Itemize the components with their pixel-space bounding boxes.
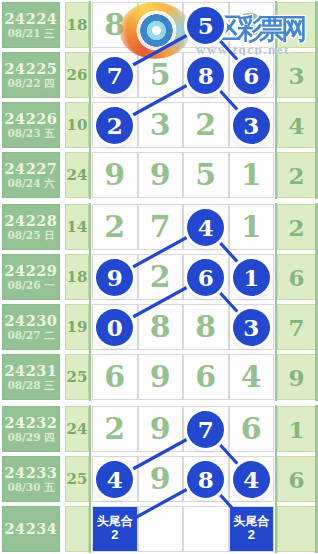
issue-number: 24227 bbox=[5, 161, 58, 176]
digit-cell: 8 bbox=[138, 304, 184, 350]
digit-cell: 9 bbox=[138, 354, 184, 400]
issue-cell: 2422408/21 三 bbox=[2, 2, 60, 48]
digit-cell: 4 bbox=[183, 204, 229, 250]
right-stat-cell: 2 bbox=[277, 152, 316, 198]
issue-number: 24233 bbox=[5, 465, 58, 480]
circled-digit: 3 bbox=[233, 309, 270, 346]
block-border bbox=[315, 203, 318, 401]
block-border bbox=[275, 405, 277, 553]
circled-digit: 4 bbox=[187, 209, 224, 246]
digit-cell: 2 bbox=[92, 204, 138, 250]
issue-number: 24224 bbox=[5, 11, 58, 26]
digit: 8 bbox=[150, 312, 171, 342]
digit: 1 bbox=[241, 160, 262, 190]
block-border bbox=[89, 405, 91, 553]
digit: 7 bbox=[150, 212, 171, 242]
digit: 4 bbox=[241, 362, 262, 392]
issue-cell: 2423208/29 四 bbox=[2, 406, 60, 452]
right-stat-cell: 3 bbox=[277, 52, 316, 98]
digit-cell: 9 bbox=[92, 254, 138, 300]
issue-date: 08/21 三 bbox=[7, 28, 54, 39]
issue-number: 24225 bbox=[5, 61, 58, 76]
circled-digit: 1 bbox=[233, 259, 270, 296]
sum-cell: 19 bbox=[65, 304, 89, 350]
issue-date: 08/24 六 bbox=[7, 178, 54, 189]
issue-number: 24230 bbox=[5, 313, 58, 328]
sum-cell: 24 bbox=[65, 152, 89, 198]
head-tail-sum-label: 头尾合 bbox=[97, 515, 133, 529]
issue-number: 24231 bbox=[5, 363, 58, 378]
right-stat-cell: 1 bbox=[277, 406, 316, 452]
digit: 6 bbox=[104, 362, 125, 392]
circled-digit: 4 bbox=[96, 461, 133, 498]
issue-cell: 2423008/27 二 bbox=[2, 304, 60, 350]
digit: 9 bbox=[150, 362, 171, 392]
issue-date: 08/22 四 bbox=[7, 78, 54, 89]
digit-cell bbox=[183, 506, 229, 552]
digit: 9 bbox=[150, 160, 171, 190]
block-border bbox=[315, 405, 318, 553]
digit-cell: 4 bbox=[229, 456, 275, 502]
circled-digit: 9 bbox=[96, 259, 133, 296]
issue-date: 08/29 四 bbox=[7, 432, 54, 443]
issue-number: 24226 bbox=[5, 111, 58, 126]
digit: 6 bbox=[241, 414, 262, 444]
digit-cell: 2 bbox=[92, 406, 138, 452]
digit-cell: 0 bbox=[92, 304, 138, 350]
issue-cell: 2422608/23 五 bbox=[2, 102, 60, 148]
right-stat-cell: 7 bbox=[277, 304, 316, 350]
issue-cell: 24234 bbox=[2, 506, 60, 552]
digit-cell: 8 bbox=[183, 456, 229, 502]
digit: 8 bbox=[195, 312, 216, 342]
site-url-watermark: www.tqcp.net bbox=[196, 42, 290, 58]
issue-date: 08/27 二 bbox=[7, 330, 54, 341]
digit: 2 bbox=[104, 414, 125, 444]
digit-cell: 2 bbox=[92, 102, 138, 148]
circled-digit: 8 bbox=[187, 461, 224, 498]
digit: 3 bbox=[150, 110, 171, 140]
circled-digit: 3 bbox=[233, 107, 270, 144]
right-stat-cell: 6 bbox=[277, 456, 316, 502]
digit: 1 bbox=[241, 212, 262, 242]
digit-cell: 6 bbox=[229, 52, 275, 98]
digit: 2 bbox=[195, 110, 216, 140]
digit-cell: 5 bbox=[183, 152, 229, 198]
lottery-trend-chart: 特区彩票网 www.tqcp.net 2422408/21 三188352242… bbox=[0, 0, 318, 554]
right-stat-cell: 4 bbox=[277, 102, 316, 148]
digit-cell: 4 bbox=[92, 456, 138, 502]
digit-cell: 头尾合2 bbox=[92, 506, 138, 552]
digit-cell: 6 bbox=[183, 254, 229, 300]
circled-digit: 4 bbox=[233, 461, 270, 498]
head-tail-sum-label: 头尾合 bbox=[233, 515, 269, 529]
digit-cell: 2 bbox=[183, 102, 229, 148]
circled-digit: 5 bbox=[187, 7, 224, 44]
issue-date: 08/25 日 bbox=[7, 230, 54, 241]
sum-cell: 18 bbox=[65, 2, 89, 48]
digit-cell bbox=[138, 506, 184, 552]
digit: 9 bbox=[150, 414, 171, 444]
issue-number: 24232 bbox=[5, 415, 58, 430]
circled-digit: 7 bbox=[96, 57, 133, 94]
issue-cell: 2422708/24 六 bbox=[2, 152, 60, 198]
sum-cell bbox=[65, 506, 89, 552]
issue-cell: 2422508/22 四 bbox=[2, 52, 60, 98]
digit: 5 bbox=[195, 160, 216, 190]
issue-cell: 2423308/30 五 bbox=[2, 456, 60, 502]
digit-cell: 7 bbox=[183, 406, 229, 452]
issue-date: 08/23 五 bbox=[7, 128, 54, 139]
head-tail-sum-value: 2 bbox=[248, 528, 255, 543]
digit: 2 bbox=[150, 262, 171, 292]
block-border bbox=[89, 203, 91, 401]
sum-cell: 24 bbox=[65, 406, 89, 452]
sum-cell: 18 bbox=[65, 254, 89, 300]
digit-cell: 6 bbox=[183, 354, 229, 400]
digit-cell: 1 bbox=[229, 254, 275, 300]
digit-cell: 6 bbox=[92, 354, 138, 400]
site-logo-icon bbox=[119, 2, 191, 59]
right-stat-cell bbox=[277, 506, 316, 552]
issue-date: 08/30 五 bbox=[7, 482, 54, 493]
issue-number: 24234 bbox=[5, 521, 58, 536]
digit-cell: 1 bbox=[229, 204, 275, 250]
right-stat-cell: 2 bbox=[277, 204, 316, 250]
block-border bbox=[315, 1, 318, 199]
issue-cell: 2422808/25 日 bbox=[2, 204, 60, 250]
digit-cell: 7 bbox=[138, 204, 184, 250]
digit: 5 bbox=[150, 60, 171, 90]
digit-cell: 2 bbox=[138, 254, 184, 300]
block-border bbox=[275, 203, 277, 401]
digit: 9 bbox=[150, 464, 171, 494]
circled-digit: 0 bbox=[96, 309, 133, 346]
issue-date: 08/26 一 bbox=[7, 280, 54, 291]
circled-digit: 6 bbox=[187, 259, 224, 296]
issue-cell: 2423108/28 三 bbox=[2, 354, 60, 400]
digit-cell: 7 bbox=[92, 52, 138, 98]
circled-digit: 7 bbox=[187, 411, 224, 448]
circled-digit: 2 bbox=[96, 107, 133, 144]
circled-digit: 8 bbox=[187, 57, 224, 94]
issue-date: 08/28 三 bbox=[7, 380, 54, 391]
digit-cell: 9 bbox=[138, 456, 184, 502]
sum-cell: 14 bbox=[65, 204, 89, 250]
digit-cell: 9 bbox=[92, 152, 138, 198]
digit: 9 bbox=[104, 160, 125, 190]
sum-cell: 25 bbox=[65, 456, 89, 502]
digit-cell: 1 bbox=[229, 152, 275, 198]
digit: 6 bbox=[195, 362, 216, 392]
block-border bbox=[89, 1, 91, 199]
right-stat-cell: 6 bbox=[277, 254, 316, 300]
head-tail-sum-box: 头尾合2 bbox=[230, 507, 274, 551]
digit-cell: 6 bbox=[229, 406, 275, 452]
issue-number: 24228 bbox=[5, 213, 58, 228]
right-stat-cell: 9 bbox=[277, 354, 316, 400]
digit-cell: 3 bbox=[229, 102, 275, 148]
digit-cell: 9 bbox=[138, 152, 184, 198]
head-tail-sum-box: 头尾合2 bbox=[93, 507, 137, 551]
issue-cell: 2422908/26 一 bbox=[2, 254, 60, 300]
sum-cell: 26 bbox=[65, 52, 89, 98]
digit: 2 bbox=[104, 212, 125, 242]
head-tail-sum-value: 2 bbox=[111, 528, 118, 543]
digit-cell: 8 bbox=[183, 304, 229, 350]
digit-cell: 5 bbox=[138, 52, 184, 98]
digit-cell: 3 bbox=[229, 304, 275, 350]
digit-cell: 9 bbox=[138, 406, 184, 452]
circled-digit: 6 bbox=[233, 57, 270, 94]
digit-cell: 3 bbox=[138, 102, 184, 148]
digit-cell: 头尾合2 bbox=[229, 506, 275, 552]
sum-cell: 25 bbox=[65, 354, 89, 400]
issue-number: 24229 bbox=[5, 263, 58, 278]
digit-cell: 4 bbox=[229, 354, 275, 400]
sum-cell: 10 bbox=[65, 102, 89, 148]
digit-cell: 8 bbox=[183, 52, 229, 98]
